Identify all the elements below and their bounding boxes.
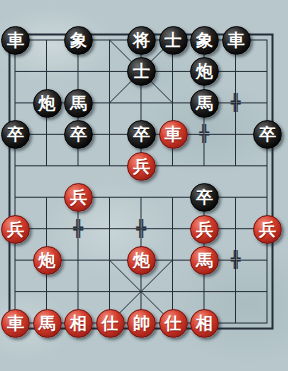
piece-red-soldier[interactable]: 兵 (190, 215, 219, 244)
piece-black-general[interactable]: 将 (127, 26, 156, 55)
piece-red-soldier[interactable]: 兵 (127, 152, 156, 181)
piece-black-elephant[interactable]: 象 (64, 26, 93, 55)
piece-black-soldier[interactable]: 卒 (127, 120, 156, 149)
pieces-layer: 車象将士象車士炮炮馬馬卒卒卒車卒兵兵卒兵兵兵炮炮馬車馬相仕帥仕相 (0, 0, 288, 371)
piece-red-chariot[interactable]: 車 (159, 120, 188, 149)
piece-red-soldier[interactable]: 兵 (1, 215, 30, 244)
piece-black-cannon[interactable]: 炮 (190, 57, 219, 86)
piece-red-horse[interactable]: 馬 (190, 246, 219, 275)
piece-red-general[interactable]: 帥 (127, 309, 156, 338)
piece-black-elephant[interactable]: 象 (190, 26, 219, 55)
piece-red-elephant[interactable]: 相 (190, 309, 219, 338)
piece-red-elephant[interactable]: 相 (64, 309, 93, 338)
piece-red-advisor[interactable]: 仕 (159, 309, 188, 338)
piece-black-horse[interactable]: 馬 (64, 89, 93, 118)
piece-red-advisor[interactable]: 仕 (96, 309, 125, 338)
piece-black-soldier[interactable]: 卒 (190, 183, 219, 212)
piece-black-soldier[interactable]: 卒 (253, 120, 282, 149)
xiangqi-board[interactable]: ╬╬╬╬╬ 車象将士象車士炮炮馬馬卒卒卒車卒兵兵卒兵兵兵炮炮馬車馬相仕帥仕相 (0, 0, 288, 371)
piece-red-soldier[interactable]: 兵 (64, 183, 93, 212)
piece-black-horse[interactable]: 馬 (190, 89, 219, 118)
piece-red-chariot[interactable]: 車 (1, 309, 30, 338)
piece-red-cannon[interactable]: 炮 (33, 246, 62, 275)
piece-red-horse[interactable]: 馬 (33, 309, 62, 338)
piece-black-chariot[interactable]: 車 (222, 26, 251, 55)
piece-red-cannon[interactable]: 炮 (127, 246, 156, 275)
piece-black-cannon[interactable]: 炮 (33, 89, 62, 118)
piece-black-chariot[interactable]: 車 (1, 26, 30, 55)
piece-red-soldier[interactable]: 兵 (253, 215, 282, 244)
piece-black-soldier[interactable]: 卒 (64, 120, 93, 149)
piece-black-advisor[interactable]: 士 (127, 57, 156, 86)
piece-black-soldier[interactable]: 卒 (1, 120, 30, 149)
piece-black-advisor[interactable]: 士 (159, 26, 188, 55)
